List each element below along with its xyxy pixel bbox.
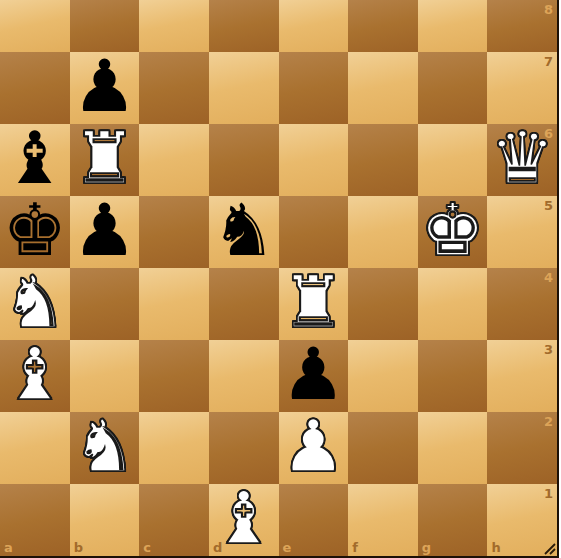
square-a3[interactable]: ♝ <box>0 340 70 412</box>
square-f2[interactable] <box>348 412 418 484</box>
square-b3[interactable] <box>70 340 140 412</box>
square-d8[interactable] <box>209 0 279 52</box>
square-h2[interactable]: 2 <box>487 412 557 484</box>
square-b5[interactable]: ♟ <box>70 196 140 268</box>
square-c5[interactable] <box>139 196 209 268</box>
white-pawn[interactable]: ♟ <box>281 410 346 482</box>
square-f4[interactable] <box>348 268 418 340</box>
file-label-e: e <box>283 541 292 554</box>
square-e2[interactable]: ♟ <box>279 412 349 484</box>
square-h8[interactable]: 8 <box>487 0 557 52</box>
rank-label-8: 8 <box>544 3 553 16</box>
square-g2[interactable] <box>418 412 488 484</box>
square-f6[interactable] <box>348 124 418 196</box>
square-f1[interactable]: f <box>348 484 418 556</box>
black-pawn[interactable]: ♟ <box>72 194 137 266</box>
square-b7[interactable]: ♟ <box>70 52 140 124</box>
black-bishop[interactable]: ♝ <box>3 122 68 194</box>
square-a8[interactable] <box>0 0 70 52</box>
square-b6[interactable]: ♜ <box>70 124 140 196</box>
rank-label-7: 7 <box>544 55 553 68</box>
square-h7[interactable]: 7 <box>487 52 557 124</box>
rank-label-5: 5 <box>544 199 553 212</box>
square-e6[interactable] <box>279 124 349 196</box>
square-b1[interactable]: b <box>70 484 140 556</box>
square-e8[interactable] <box>279 0 349 52</box>
file-label-f: f <box>352 541 358 554</box>
square-f8[interactable] <box>348 0 418 52</box>
square-d3[interactable] <box>209 340 279 412</box>
square-b4[interactable] <box>70 268 140 340</box>
file-label-a: a <box>4 541 13 554</box>
rank-label-2: 2 <box>544 415 553 428</box>
white-knight[interactable]: ♞ <box>3 266 68 338</box>
black-knight[interactable]: ♞ <box>211 194 276 266</box>
square-g1[interactable]: g <box>418 484 488 556</box>
black-king[interactable]: ♚ <box>3 194 68 266</box>
square-g4[interactable] <box>418 268 488 340</box>
white-queen[interactable]: ♛ <box>490 122 555 194</box>
black-pawn[interactable]: ♟ <box>281 338 346 410</box>
square-a2[interactable] <box>0 412 70 484</box>
rank-label-1: 1 <box>544 487 553 500</box>
file-label-b: b <box>74 541 83 554</box>
square-g8[interactable] <box>418 0 488 52</box>
file-label-h: h <box>491 541 500 554</box>
square-h3[interactable]: 3 <box>487 340 557 412</box>
square-g3[interactable] <box>418 340 488 412</box>
square-d5[interactable]: ♞ <box>209 196 279 268</box>
resize-handle-icon[interactable] <box>543 542 556 555</box>
square-c3[interactable] <box>139 340 209 412</box>
square-d2[interactable] <box>209 412 279 484</box>
square-d6[interactable] <box>209 124 279 196</box>
black-pawn[interactable]: ♟ <box>72 50 137 122</box>
white-rook[interactable]: ♜ <box>72 122 137 194</box>
square-e3[interactable]: ♟ <box>279 340 349 412</box>
square-c8[interactable] <box>139 0 209 52</box>
rank-label-3: 3 <box>544 343 553 356</box>
square-e7[interactable] <box>279 52 349 124</box>
file-label-c: c <box>143 541 151 554</box>
white-rook[interactable]: ♜ <box>281 266 346 338</box>
white-bishop[interactable]: ♝ <box>3 338 68 410</box>
square-e4[interactable]: ♜ <box>279 268 349 340</box>
square-a4[interactable]: ♞ <box>0 268 70 340</box>
square-h6[interactable]: 6♛ <box>487 124 557 196</box>
square-h1[interactable]: h1 <box>487 484 557 556</box>
square-c7[interactable] <box>139 52 209 124</box>
square-d7[interactable] <box>209 52 279 124</box>
square-h5[interactable]: 5 <box>487 196 557 268</box>
square-c4[interactable] <box>139 268 209 340</box>
square-a5[interactable]: ♚ <box>0 196 70 268</box>
square-d1[interactable]: d♝ <box>209 484 279 556</box>
square-d4[interactable] <box>209 268 279 340</box>
square-h4[interactable]: 4 <box>487 268 557 340</box>
square-a7[interactable] <box>0 52 70 124</box>
square-e5[interactable] <box>279 196 349 268</box>
white-bishop[interactable]: ♝ <box>211 482 276 554</box>
white-king[interactable]: ♚ <box>420 194 485 266</box>
square-c2[interactable] <box>139 412 209 484</box>
file-label-g: g <box>422 541 431 554</box>
square-f7[interactable] <box>348 52 418 124</box>
square-c1[interactable]: c <box>139 484 209 556</box>
square-c6[interactable] <box>139 124 209 196</box>
square-g6[interactable] <box>418 124 488 196</box>
square-b2[interactable]: ♞ <box>70 412 140 484</box>
square-g5[interactable]: ♚ <box>418 196 488 268</box>
chess-board: 8♟7♝♜6♛♚♟♞♚5♞♜4♝♟3♞♟2abcd♝efgh1 <box>0 0 559 558</box>
white-knight[interactable]: ♞ <box>72 410 137 482</box>
rank-label-4: 4 <box>544 271 553 284</box>
square-f5[interactable] <box>348 196 418 268</box>
square-a1[interactable]: a <box>0 484 70 556</box>
square-f3[interactable] <box>348 340 418 412</box>
square-a6[interactable]: ♝ <box>0 124 70 196</box>
square-g7[interactable] <box>418 52 488 124</box>
square-e1[interactable]: e <box>279 484 349 556</box>
